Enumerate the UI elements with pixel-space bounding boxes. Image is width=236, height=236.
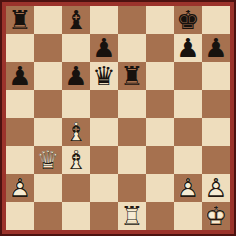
- piece-white-pawn[interactable]: ♟♙: [6, 174, 34, 202]
- square-e4[interactable]: [118, 118, 146, 146]
- square-f5[interactable]: [146, 90, 174, 118]
- square-g7[interactable]: ♟: [174, 34, 202, 62]
- square-g3[interactable]: [174, 146, 202, 174]
- square-g2[interactable]: ♟♙: [174, 174, 202, 202]
- square-f3[interactable]: [146, 146, 174, 174]
- square-g6[interactable]: [174, 62, 202, 90]
- square-b2[interactable]: [34, 174, 62, 202]
- square-e3[interactable]: [118, 146, 146, 174]
- piece-white-bishop[interactable]: ♝♗: [62, 118, 90, 146]
- square-e1[interactable]: ♜♖: [118, 202, 146, 230]
- square-d2[interactable]: [90, 174, 118, 202]
- piece-white-rook[interactable]: ♜♖: [118, 202, 146, 230]
- square-f8[interactable]: [146, 6, 174, 34]
- square-e2[interactable]: [118, 174, 146, 202]
- square-f4[interactable]: [146, 118, 174, 146]
- piece-white-pawn[interactable]: ♟♙: [174, 174, 202, 202]
- piece-black-pawn[interactable]: ♟: [62, 62, 90, 90]
- square-a1[interactable]: [6, 202, 34, 230]
- square-f6[interactable]: [146, 62, 174, 90]
- square-f2[interactable]: [146, 174, 174, 202]
- piece-black-rook[interactable]: ♜: [118, 62, 146, 90]
- piece-black-pawn[interactable]: ♟: [6, 62, 34, 90]
- square-a6[interactable]: ♟: [6, 62, 34, 90]
- square-h3[interactable]: [202, 146, 230, 174]
- square-a8[interactable]: ♜: [6, 6, 34, 34]
- square-b4[interactable]: [34, 118, 62, 146]
- square-c4[interactable]: ♝♗: [62, 118, 90, 146]
- square-d3[interactable]: [90, 146, 118, 174]
- chess-board: ♜♝♚♟♟♟♟♟♛♜♝♗♛♕♝♗♟♙♟♙♟♙♜♖♚♔: [6, 6, 230, 230]
- square-e8[interactable]: [118, 6, 146, 34]
- square-b8[interactable]: [34, 6, 62, 34]
- square-b1[interactable]: [34, 202, 62, 230]
- square-a7[interactable]: [6, 34, 34, 62]
- piece-white-king[interactable]: ♚♔: [202, 202, 230, 230]
- square-h5[interactable]: [202, 90, 230, 118]
- square-d4[interactable]: [90, 118, 118, 146]
- square-a3[interactable]: [6, 146, 34, 174]
- square-g8[interactable]: ♚: [174, 6, 202, 34]
- square-c6[interactable]: ♟: [62, 62, 90, 90]
- square-d5[interactable]: [90, 90, 118, 118]
- piece-black-pawn[interactable]: ♟: [202, 34, 230, 62]
- square-h4[interactable]: [202, 118, 230, 146]
- piece-black-queen[interactable]: ♛: [90, 62, 118, 90]
- square-d8[interactable]: [90, 6, 118, 34]
- piece-black-pawn[interactable]: ♟: [174, 34, 202, 62]
- square-g5[interactable]: [174, 90, 202, 118]
- square-h8[interactable]: [202, 6, 230, 34]
- square-a5[interactable]: [6, 90, 34, 118]
- square-h2[interactable]: ♟♙: [202, 174, 230, 202]
- square-h1[interactable]: ♚♔: [202, 202, 230, 230]
- square-b5[interactable]: [34, 90, 62, 118]
- square-g1[interactable]: [174, 202, 202, 230]
- square-c5[interactable]: [62, 90, 90, 118]
- square-c2[interactable]: [62, 174, 90, 202]
- square-c8[interactable]: ♝: [62, 6, 90, 34]
- square-b7[interactable]: [34, 34, 62, 62]
- piece-black-pawn[interactable]: ♟: [90, 34, 118, 62]
- square-d7[interactable]: ♟: [90, 34, 118, 62]
- piece-black-bishop[interactable]: ♝: [62, 6, 90, 34]
- piece-black-king[interactable]: ♚: [174, 6, 202, 34]
- square-c7[interactable]: [62, 34, 90, 62]
- square-f7[interactable]: [146, 34, 174, 62]
- piece-white-bishop[interactable]: ♝♗: [62, 146, 90, 174]
- square-f1[interactable]: [146, 202, 174, 230]
- square-a2[interactable]: ♟♙: [6, 174, 34, 202]
- square-c3[interactable]: ♝♗: [62, 146, 90, 174]
- square-e7[interactable]: [118, 34, 146, 62]
- square-d6[interactable]: ♛: [90, 62, 118, 90]
- square-d1[interactable]: [90, 202, 118, 230]
- square-g4[interactable]: [174, 118, 202, 146]
- board-frame: ♜♝♚♟♟♟♟♟♛♜♝♗♛♕♝♗♟♙♟♙♟♙♜♖♚♔: [0, 0, 236, 236]
- square-c1[interactable]: [62, 202, 90, 230]
- square-h7[interactable]: ♟: [202, 34, 230, 62]
- piece-black-rook[interactable]: ♜: [6, 6, 34, 34]
- square-b6[interactable]: [34, 62, 62, 90]
- square-b3[interactable]: ♛♕: [34, 146, 62, 174]
- piece-white-queen[interactable]: ♛♕: [34, 146, 62, 174]
- square-e6[interactable]: ♜: [118, 62, 146, 90]
- square-h6[interactable]: [202, 62, 230, 90]
- piece-white-pawn[interactable]: ♟♙: [202, 174, 230, 202]
- square-a4[interactable]: [6, 118, 34, 146]
- square-e5[interactable]: [118, 90, 146, 118]
